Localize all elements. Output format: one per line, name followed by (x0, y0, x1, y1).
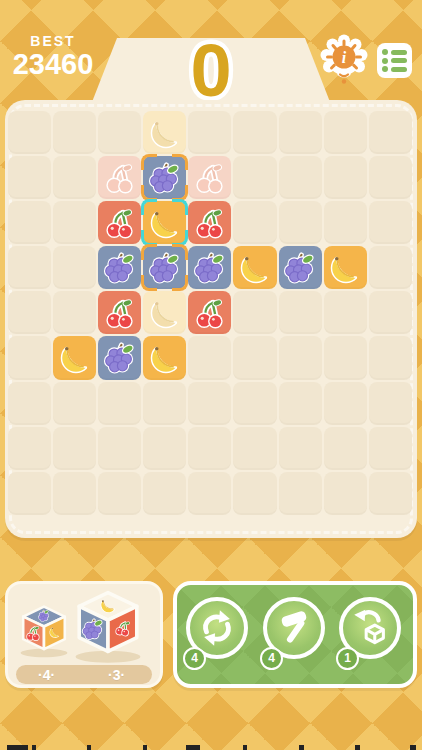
grapes-icon (102, 341, 137, 376)
cell-r1c7[interactable] (324, 156, 367, 199)
cherry-ghost-tile-r1c2[interactable] (98, 156, 141, 199)
cube-undo-icon (349, 607, 391, 649)
cherry-icon (192, 205, 227, 240)
banana-tile-r3c5[interactable] (233, 246, 276, 289)
cell-r2c1[interactable] (53, 201, 96, 244)
cell-r0c8[interactable] (369, 111, 412, 154)
banana-ghost-tile-r0c3[interactable] (143, 111, 186, 154)
banana-icon (147, 341, 182, 376)
cell-r5c8[interactable] (369, 336, 412, 379)
cell-r5c0[interactable] (8, 336, 51, 379)
die-count-small: ·4· (38, 667, 55, 683)
cell-r4c6[interactable] (279, 291, 322, 334)
cell-r8c8[interactable] (369, 472, 412, 515)
banana-tile-r5c1[interactable] (53, 336, 96, 379)
cell-r6c6[interactable] (279, 382, 322, 425)
lightbulb-info-icon: i (315, 32, 373, 88)
cell-r1c1[interactable] (53, 156, 96, 199)
dice-tray-panel: ·4· ·3· (5, 581, 163, 688)
grapes-tile-r1c3[interactable] (143, 156, 186, 199)
banana-icon (328, 250, 363, 285)
cell-r1c5[interactable] (233, 156, 276, 199)
banana-icon (147, 205, 182, 240)
banana-icon (147, 115, 182, 150)
cell-r4c5[interactable] (233, 291, 276, 334)
grapes-icon (192, 250, 227, 285)
cell-r3c1[interactable] (53, 246, 96, 289)
cell-r8c2[interactable] (98, 472, 141, 515)
cell-r7c8[interactable] (369, 427, 412, 470)
banana-tile-r2c3[interactable] (143, 201, 186, 244)
cell-r0c1[interactable] (53, 111, 96, 154)
cell-r8c6[interactable] (279, 472, 322, 515)
cell-r4c1[interactable] (53, 291, 96, 334)
cell-r6c8[interactable] (369, 382, 412, 425)
cell-r2c0[interactable] (8, 201, 51, 244)
grapes-icon (147, 160, 182, 195)
cherry-icon (192, 295, 227, 330)
cell-r0c4[interactable] (188, 111, 231, 154)
cell-r4c7[interactable] (324, 291, 367, 334)
cell-r0c6[interactable] (279, 111, 322, 154)
cherry-icon (102, 160, 137, 195)
cherry-icon (192, 160, 227, 195)
cell-r1c0[interactable] (8, 156, 51, 199)
cell-r7c0[interactable] (8, 427, 51, 470)
cell-r2c8[interactable] (369, 201, 412, 244)
banana-icon (57, 341, 92, 376)
score-value: 0 (190, 29, 231, 106)
grapes-icon (147, 250, 182, 285)
cell-r7c1[interactable] (53, 427, 96, 470)
cropped-mark (186, 745, 200, 750)
cell-r6c1[interactable] (53, 382, 96, 425)
cell-r2c6[interactable] (279, 201, 322, 244)
cell-r6c2[interactable] (98, 382, 141, 425)
cell-r6c4[interactable] (188, 382, 231, 425)
banana-tile-r3c7[interactable] (324, 246, 367, 289)
cherry-tile-r4c2[interactable] (98, 291, 141, 334)
grapes-tile-r3c6[interactable] (279, 246, 322, 289)
powerups-panel: 4 4 1 (173, 581, 417, 688)
banana-icon (147, 295, 182, 330)
cell-r2c5[interactable] (233, 201, 276, 244)
cherry-tile-r2c2[interactable] (98, 201, 141, 244)
reroll-count-badge: 1 (336, 647, 359, 670)
best-value: 23460 (8, 49, 98, 79)
die-large[interactable] (72, 589, 144, 663)
grapes-tile-r3c3[interactable] (143, 246, 186, 289)
menu-button[interactable] (377, 43, 412, 78)
dice-count-bar: ·4· ·3· (16, 665, 152, 684)
hammer-icon (273, 607, 315, 649)
cell-r5c6[interactable] (279, 336, 322, 379)
cell-r3c0[interactable] (8, 246, 51, 289)
cell-r0c2[interactable] (98, 111, 141, 154)
cropped-mark (355, 745, 360, 750)
list-menu-icon (382, 49, 407, 55)
cell-r8c7[interactable] (324, 472, 367, 515)
cell-r0c5[interactable] (233, 111, 276, 154)
game-screen: BEST 23460 0 i (0, 0, 422, 750)
cropped-mark (32, 745, 36, 750)
cell-r4c0[interactable] (8, 291, 51, 334)
score-display: 0 (156, 18, 266, 106)
hint-button[interactable]: i (315, 32, 373, 88)
cell-r7c4[interactable] (188, 427, 231, 470)
cell-r1c6[interactable] (279, 156, 322, 199)
cell-r1c8[interactable] (369, 156, 412, 199)
grapes-tile-r5c2[interactable] (98, 336, 141, 379)
cropped-mark (143, 745, 147, 750)
banana-icon (238, 250, 273, 285)
swap-arrows-icon (196, 607, 238, 649)
cell-r3c8[interactable] (369, 246, 412, 289)
cropped-mark (243, 745, 247, 750)
best-score-block: BEST 23460 (8, 33, 98, 79)
cell-r6c0[interactable] (8, 382, 51, 425)
cherry-ghost-tile-r1c4[interactable] (188, 156, 231, 199)
fruit-die-large (72, 589, 144, 663)
cropped-mark (410, 745, 416, 750)
swap-count-badge: 4 (183, 647, 206, 670)
cell-r5c4[interactable] (188, 336, 231, 379)
cell-r5c5[interactable] (233, 336, 276, 379)
cell-r7c2[interactable] (98, 427, 141, 470)
cherry-tile-r2c4[interactable] (188, 201, 231, 244)
cropped-mark (7, 745, 28, 750)
banana-tile-r5c3[interactable] (143, 336, 186, 379)
cropped-mark (87, 745, 91, 750)
cell-r8c3[interactable] (143, 472, 186, 515)
cell-r7c7[interactable] (324, 427, 367, 470)
grapes-icon (283, 250, 318, 285)
cell-r5c7[interactable] (324, 336, 367, 379)
cell-r7c6[interactable] (279, 427, 322, 470)
cherry-tile-r4c4[interactable] (188, 291, 231, 334)
board-grid (8, 111, 412, 515)
cherry-icon (102, 295, 137, 330)
cell-r0c7[interactable] (324, 111, 367, 154)
grapes-tile-r3c2[interactable] (98, 246, 141, 289)
cell-r8c4[interactable] (188, 472, 231, 515)
fruit-die-small (18, 604, 70, 658)
svg-text:i: i (342, 49, 347, 66)
cell-r8c0[interactable] (8, 472, 51, 515)
cell-r8c5[interactable] (233, 472, 276, 515)
die-small[interactable] (18, 604, 70, 658)
cell-r0c0[interactable] (8, 111, 51, 154)
cell-r6c3[interactable] (143, 382, 186, 425)
cell-r6c5[interactable] (233, 382, 276, 425)
best-label: BEST (8, 33, 98, 49)
hammer-count-badge: 4 (260, 647, 283, 670)
banana-ghost-tile-r4c3[interactable] (143, 291, 186, 334)
cell-r6c7[interactable] (324, 382, 367, 425)
grapes-tile-r3c4[interactable] (188, 246, 231, 289)
cropped-mark (299, 745, 304, 750)
cell-r7c3[interactable] (143, 427, 186, 470)
cell-r2c7[interactable] (324, 201, 367, 244)
die-count-large: ·3· (108, 667, 125, 683)
grapes-icon (102, 250, 137, 285)
cell-r7c5[interactable] (233, 427, 276, 470)
cherry-icon (102, 205, 137, 240)
cell-r4c8[interactable] (369, 291, 412, 334)
cell-r8c1[interactable] (53, 472, 96, 515)
